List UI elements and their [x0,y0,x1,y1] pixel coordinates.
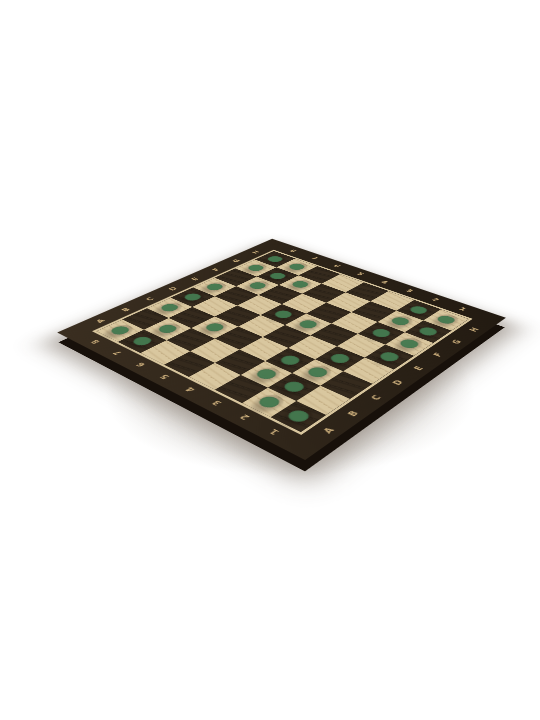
pawn-glyph: ♟ [126,306,159,343]
knight-glyph: ♞ [195,285,235,329]
chess-board-product-photo: ABCDEFGH ABCDEFGH 87654321 87654321 ♜♟♞♝… [0,0,540,720]
rook-glyph: ♜ [276,368,321,418]
king-glyph: ♚ [365,303,415,358]
